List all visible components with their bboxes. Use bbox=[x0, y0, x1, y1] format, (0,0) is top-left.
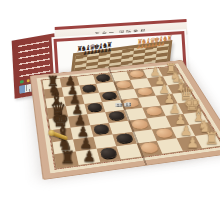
black-checker[interactable] bbox=[101, 91, 118, 100]
tan-checker[interactable] bbox=[129, 70, 145, 78]
board-grid: ♜♟♟♜♞♟♟♞♝♟♟♝♛♟♟♛♚♟♟♚♝♟♟♝♞♟♟♞♜♟♟♜ bbox=[42, 66, 220, 169]
product-photo: 三合一 国际象棋 ♜♞♝♛♚♝♞♜ ♟♟♟♟♟♟♟♟ ♜♞♝♛♚♝♞♜ ♟♟♟♟… bbox=[0, 0, 220, 220]
black-checker[interactable] bbox=[108, 110, 126, 120]
tan-checker[interactable] bbox=[136, 87, 153, 96]
black-checker[interactable] bbox=[86, 103, 103, 113]
tan-checker[interactable] bbox=[154, 128, 173, 139]
black-checker[interactable] bbox=[115, 132, 134, 143]
tan-checker[interactable] bbox=[145, 106, 163, 116]
light-pawn[interactable]: ♟ bbox=[182, 135, 203, 149]
square-h7[interactable]: ♟ bbox=[76, 149, 100, 165]
board-scene: ♜♟♟♜♞♟♟♞♝♟♟♝♛♟♟♛♚♟♟♚♝♟♟♝♞♟♟♞♜♟♟♜ bbox=[36, 22, 212, 198]
die-1[interactable] bbox=[115, 102, 122, 106]
black-checker[interactable] bbox=[92, 123, 110, 134]
black-checker[interactable] bbox=[81, 84, 97, 93]
square-e3[interactable] bbox=[142, 106, 165, 119]
chess-board: ♜♟♟♜♞♟♟♞♝♟♟♝♛♟♟♛♚♟♟♚♝♟♟♝♞♟♟♞♜♟♟♜ bbox=[30, 60, 220, 180]
black-checker[interactable] bbox=[99, 147, 118, 159]
black-checker[interactable] bbox=[95, 74, 111, 82]
light-rook[interactable]: ♜ bbox=[202, 131, 220, 148]
square-h8[interactable]: ♜ bbox=[55, 152, 79, 168]
color-dot bbox=[20, 80, 24, 84]
dark-rook[interactable]: ♜ bbox=[57, 149, 79, 166]
square-d3[interactable] bbox=[138, 96, 160, 108]
dark-pawn[interactable]: ♟ bbox=[78, 149, 100, 164]
